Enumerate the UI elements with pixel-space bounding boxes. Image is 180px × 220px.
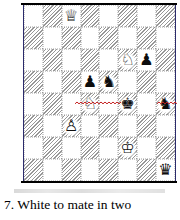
- square-c2: [62, 137, 81, 159]
- square-b8: [43, 5, 62, 27]
- square-c5: [62, 71, 81, 93]
- square-b2: [43, 137, 62, 159]
- square-e6: [99, 49, 118, 71]
- square-g6: ♟: [137, 49, 156, 71]
- square-h3: [156, 115, 175, 137]
- square-e2: [99, 137, 118, 159]
- square-a1: [24, 159, 43, 181]
- black-king-f4: ♚: [118, 93, 137, 115]
- square-d2: [81, 137, 100, 159]
- square-d1: [81, 159, 100, 181]
- spellcheck-squiggle-1: [75, 91, 121, 95]
- square-d7: [81, 27, 100, 49]
- white-pawn-c3: ♙: [62, 115, 81, 137]
- square-b5: [43, 71, 62, 93]
- square-d8: [81, 5, 100, 27]
- black-knight-e5: ♞: [99, 71, 118, 93]
- square-b6: [43, 49, 62, 71]
- square-h8: [156, 5, 175, 27]
- square-a8: [24, 5, 43, 27]
- square-d6: [81, 49, 100, 71]
- square-d3: [81, 115, 100, 137]
- square-g8: [137, 5, 156, 27]
- square-f8: [118, 5, 137, 27]
- square-g1: [137, 159, 156, 181]
- square-f3: [118, 115, 137, 137]
- square-e5: ♞: [99, 71, 118, 93]
- square-e1: [99, 159, 118, 181]
- square-c3: ♙: [62, 115, 81, 137]
- puzzle-caption: 7. White to mate in two: [4, 197, 176, 213]
- square-h6: [156, 49, 175, 71]
- square-a5: [24, 71, 43, 93]
- white-knight-f6: ♘: [118, 49, 137, 71]
- white-king-f2: ♔: [118, 137, 137, 159]
- square-b7: [43, 27, 62, 49]
- black-queen-h1: ♛: [156, 159, 175, 181]
- square-g7: [137, 27, 156, 49]
- square-g3: [137, 115, 156, 137]
- square-e7: [99, 27, 118, 49]
- square-f5: [118, 71, 137, 93]
- black-pawn-d5: ♟: [81, 71, 100, 93]
- square-c8: ♕: [62, 5, 81, 27]
- board-bottom-border: [21, 181, 177, 183]
- square-a2: [24, 137, 43, 159]
- square-c6: [62, 49, 81, 71]
- square-d5: ♟: [81, 71, 100, 93]
- square-b4: [43, 93, 62, 115]
- square-c1: [62, 159, 81, 181]
- square-f7: [118, 27, 137, 49]
- square-h5: [156, 71, 175, 93]
- square-f1: [118, 159, 137, 181]
- square-h7: [156, 27, 175, 49]
- square-b1: [43, 159, 62, 181]
- cropped-text-artifact: [14, 189, 165, 193]
- square-g2: [137, 137, 156, 159]
- spellcheck-squiggle-2: [157, 91, 177, 95]
- white-queen-c8: ♕: [62, 5, 81, 27]
- square-c7: [62, 27, 81, 49]
- square-h1: ♛: [156, 159, 175, 181]
- square-a4: [24, 93, 43, 115]
- square-f4: ♚: [118, 93, 137, 115]
- square-e8: [99, 5, 118, 27]
- black-pawn-g6: ♟: [137, 49, 156, 71]
- square-g4: [137, 93, 156, 115]
- square-a3: [24, 115, 43, 137]
- square-f6: ♘: [118, 49, 137, 71]
- square-g5: [137, 71, 156, 93]
- square-f2: ♔: [118, 137, 137, 159]
- square-a7: [24, 27, 43, 49]
- square-b3: [43, 115, 62, 137]
- square-e3: [99, 115, 118, 137]
- square-h2: [156, 137, 175, 159]
- square-a6: [24, 49, 43, 71]
